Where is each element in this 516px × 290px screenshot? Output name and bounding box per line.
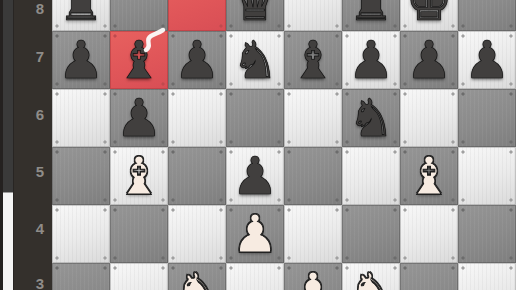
square-b3[interactable] [110, 263, 168, 290]
square-d3[interactable] [226, 263, 284, 290]
square-d8[interactable]: ♛ [226, 0, 284, 31]
square-g3[interactable] [400, 263, 458, 290]
piece-black-queen-d8[interactable]: ♛ [232, 0, 279, 31]
piece-black-bishop-b7[interactable]: ♝ [116, 31, 163, 89]
square-h7[interactable]: ♟ [458, 31, 516, 89]
piece-white-bishop-g5[interactable]: ♝ [406, 147, 453, 205]
square-b4[interactable] [110, 205, 168, 263]
piece-black-pawn-f7[interactable]: ♟ [348, 31, 395, 89]
square-c5[interactable] [168, 147, 226, 205]
square-d6[interactable] [226, 89, 284, 147]
square-a6[interactable] [52, 89, 110, 147]
square-f6[interactable]: ♞ [342, 89, 400, 147]
square-f4[interactable] [342, 205, 400, 263]
square-a7[interactable]: ♟ [52, 31, 110, 89]
square-h3[interactable] [458, 263, 516, 290]
square-a3[interactable] [52, 263, 110, 290]
square-e8[interactable] [284, 0, 342, 31]
evaluation-bar [3, 0, 14, 290]
square-d4[interactable]: ♟ [226, 205, 284, 263]
square-b7[interactable]: ♝ [110, 31, 168, 89]
square-h4[interactable] [458, 205, 516, 263]
square-f3[interactable]: ♞ [342, 263, 400, 290]
square-g7[interactable]: ♟ [400, 31, 458, 89]
piece-black-rook-f8[interactable]: ♜ [348, 0, 395, 31]
square-e5[interactable] [284, 147, 342, 205]
square-a8[interactable]: ♜ [52, 0, 110, 31]
square-d7[interactable]: ♞ [226, 31, 284, 89]
square-e3[interactable]: ♟ [284, 263, 342, 290]
square-h6[interactable] [458, 89, 516, 147]
piece-black-rook-a8[interactable]: ♜ [58, 0, 105, 31]
piece-black-bishop-e7[interactable]: ♝ [290, 31, 337, 89]
piece-black-pawn-c7[interactable]: ♟ [174, 31, 221, 89]
piece-black-pawn-d5[interactable]: ♟ [232, 147, 279, 205]
piece-black-knight-f6[interactable]: ♞ [348, 89, 395, 147]
square-g8[interactable]: ♚ [400, 0, 458, 31]
piece-white-pawn-e3[interactable]: ♟ [290, 263, 337, 290]
square-a5[interactable] [52, 147, 110, 205]
square-c6[interactable] [168, 89, 226, 147]
square-b8[interactable] [110, 0, 168, 31]
square-c7[interactable]: ♟ [168, 31, 226, 89]
piece-black-pawn-a7[interactable]: ♟ [58, 31, 105, 89]
square-f7[interactable]: ♟ [342, 31, 400, 89]
square-c8[interactable] [168, 0, 226, 31]
piece-white-knight-f3[interactable]: ♞ [348, 263, 395, 290]
piece-black-knight-d7[interactable]: ♞ [232, 31, 279, 89]
square-c3[interactable]: ♞ [168, 263, 226, 290]
square-c4[interactable] [168, 205, 226, 263]
piece-white-bishop-b5[interactable]: ♝ [116, 147, 163, 205]
piece-black-pawn-b6[interactable]: ♟ [116, 89, 163, 147]
piece-black-pawn-g7[interactable]: ♟ [406, 31, 453, 89]
evaluation-bar-white-section [3, 192, 13, 290]
piece-white-pawn-d4[interactable]: ♟ [232, 205, 279, 263]
chess-app-screen: 8 7 6 5 4 3 ♜♛♜♚♟♝♟♞♝♟♟♟♟♞♝♟♝♟♞♟♞ [0, 0, 516, 290]
square-e4[interactable] [284, 205, 342, 263]
square-g4[interactable] [400, 205, 458, 263]
square-e6[interactable] [284, 89, 342, 147]
square-h5[interactable] [458, 147, 516, 205]
square-e7[interactable]: ♝ [284, 31, 342, 89]
square-g6[interactable] [400, 89, 458, 147]
piece-black-king-g8[interactable]: ♚ [406, 0, 453, 31]
square-b5[interactable]: ♝ [110, 147, 168, 205]
piece-black-pawn-h7[interactable]: ♟ [464, 31, 511, 89]
square-b6[interactable]: ♟ [110, 89, 168, 147]
square-a4[interactable] [52, 205, 110, 263]
square-d5[interactable]: ♟ [226, 147, 284, 205]
square-f8[interactable]: ♜ [342, 0, 400, 31]
piece-white-knight-c3[interactable]: ♞ [174, 263, 221, 290]
square-g5[interactable]: ♝ [400, 147, 458, 205]
square-f5[interactable] [342, 147, 400, 205]
chess-board: ♜♛♜♚♟♝♟♞♝♟♟♟♟♞♝♟♝♟♞♟♞ [52, 0, 516, 290]
square-h8[interactable] [458, 0, 516, 31]
